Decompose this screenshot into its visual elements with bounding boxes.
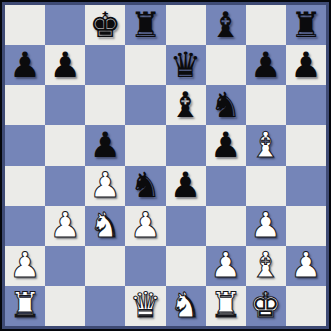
- square-f6[interactable]: ♞: [206, 85, 246, 125]
- square-c8[interactable]: ♚: [85, 5, 125, 45]
- square-c3[interactable]: ♞: [85, 206, 125, 246]
- chess-board: ♚♜♝♜♟♟♛♟♟♝♞♟♟♝♟♞♟♟♞♟♟♟♟♝♟♜♛♞♜♚: [0, 0, 331, 331]
- square-g4[interactable]: [246, 166, 286, 206]
- white-king-piece: ♚: [250, 288, 281, 323]
- square-f4[interactable]: [206, 166, 246, 206]
- white-pawn-piece: ♟: [210, 248, 241, 283]
- square-a2[interactable]: ♟: [5, 246, 45, 286]
- white-rook-piece: ♜: [9, 288, 40, 323]
- square-g2[interactable]: ♝: [246, 246, 286, 286]
- square-b3[interactable]: ♟: [45, 206, 85, 246]
- black-pawn-piece: ♟: [290, 48, 321, 83]
- square-a4[interactable]: [5, 166, 45, 206]
- square-d5[interactable]: [125, 125, 165, 165]
- square-g5[interactable]: ♝: [246, 125, 286, 165]
- square-g8[interactable]: [246, 5, 286, 45]
- black-knight-piece: ♞: [130, 168, 161, 203]
- square-c7[interactable]: [85, 45, 125, 85]
- square-a8[interactable]: [5, 5, 45, 45]
- square-c2[interactable]: [85, 246, 125, 286]
- square-e3[interactable]: [166, 206, 206, 246]
- black-pawn-piece: ♟: [250, 48, 281, 83]
- square-h2[interactable]: ♟: [286, 246, 326, 286]
- square-d6[interactable]: [125, 85, 165, 125]
- square-f7[interactable]: [206, 45, 246, 85]
- white-queen-piece: ♛: [130, 288, 161, 323]
- square-a3[interactable]: [5, 206, 45, 246]
- square-e8[interactable]: [166, 5, 206, 45]
- square-b7[interactable]: ♟: [45, 45, 85, 85]
- white-rook-piece: ♜: [210, 288, 241, 323]
- square-g1[interactable]: ♚: [246, 286, 286, 326]
- square-f8[interactable]: ♝: [206, 5, 246, 45]
- board-grid: ♚♜♝♜♟♟♛♟♟♝♞♟♟♝♟♞♟♟♞♟♟♟♟♝♟♜♛♞♜♚: [5, 5, 326, 326]
- white-pawn-piece: ♟: [130, 208, 161, 243]
- square-e1[interactable]: ♞: [166, 286, 206, 326]
- square-e6[interactable]: ♝: [166, 85, 206, 125]
- white-pawn-piece: ♟: [90, 168, 121, 203]
- white-bishop-piece: ♝: [250, 248, 281, 283]
- square-f3[interactable]: [206, 206, 246, 246]
- white-pawn-piece: ♟: [250, 208, 281, 243]
- black-pawn-piece: ♟: [170, 168, 201, 203]
- square-a5[interactable]: [5, 125, 45, 165]
- square-b6[interactable]: [45, 85, 85, 125]
- square-g6[interactable]: [246, 85, 286, 125]
- white-knight-piece: ♞: [90, 208, 121, 243]
- square-h5[interactable]: [286, 125, 326, 165]
- black-bishop-piece: ♝: [210, 8, 241, 43]
- black-pawn-piece: ♟: [90, 128, 121, 163]
- square-d4[interactable]: ♞: [125, 166, 165, 206]
- square-b2[interactable]: [45, 246, 85, 286]
- square-c4[interactable]: ♟: [85, 166, 125, 206]
- black-rook-piece: ♜: [290, 8, 321, 43]
- square-a7[interactable]: ♟: [5, 45, 45, 85]
- square-a6[interactable]: [5, 85, 45, 125]
- square-b1[interactable]: [45, 286, 85, 326]
- black-bishop-piece: ♝: [170, 88, 201, 123]
- square-d7[interactable]: [125, 45, 165, 85]
- white-pawn-piece: ♟: [9, 248, 40, 283]
- square-b4[interactable]: [45, 166, 85, 206]
- black-queen-piece: ♛: [170, 48, 201, 83]
- black-pawn-piece: ♟: [9, 48, 40, 83]
- square-g3[interactable]: ♟: [246, 206, 286, 246]
- black-rook-piece: ♜: [130, 8, 161, 43]
- square-h6[interactable]: [286, 85, 326, 125]
- square-g7[interactable]: ♟: [246, 45, 286, 85]
- black-knight-piece: ♞: [210, 88, 241, 123]
- white-pawn-piece: ♟: [290, 248, 321, 283]
- square-h1[interactable]: [286, 286, 326, 326]
- square-h3[interactable]: [286, 206, 326, 246]
- square-d8[interactable]: ♜: [125, 5, 165, 45]
- square-h8[interactable]: ♜: [286, 5, 326, 45]
- square-f2[interactable]: ♟: [206, 246, 246, 286]
- square-c5[interactable]: ♟: [85, 125, 125, 165]
- square-d1[interactable]: ♛: [125, 286, 165, 326]
- square-e2[interactable]: [166, 246, 206, 286]
- square-h7[interactable]: ♟: [286, 45, 326, 85]
- black-pawn-piece: ♟: [49, 48, 80, 83]
- square-f1[interactable]: ♜: [206, 286, 246, 326]
- white-pawn-piece: ♟: [49, 208, 80, 243]
- white-bishop-piece: ♝: [250, 128, 281, 163]
- square-e7[interactable]: ♛: [166, 45, 206, 85]
- black-king-piece: ♚: [90, 8, 121, 43]
- square-a1[interactable]: ♜: [5, 286, 45, 326]
- square-f5[interactable]: ♟: [206, 125, 246, 165]
- square-d2[interactable]: [125, 246, 165, 286]
- square-b5[interactable]: [45, 125, 85, 165]
- square-e4[interactable]: ♟: [166, 166, 206, 206]
- square-e5[interactable]: [166, 125, 206, 165]
- black-pawn-piece: ♟: [210, 128, 241, 163]
- white-knight-piece: ♞: [170, 288, 201, 323]
- square-h4[interactable]: [286, 166, 326, 206]
- square-d3[interactable]: ♟: [125, 206, 165, 246]
- square-c6[interactable]: [85, 85, 125, 125]
- square-c1[interactable]: [85, 286, 125, 326]
- square-b8[interactable]: [45, 5, 85, 45]
